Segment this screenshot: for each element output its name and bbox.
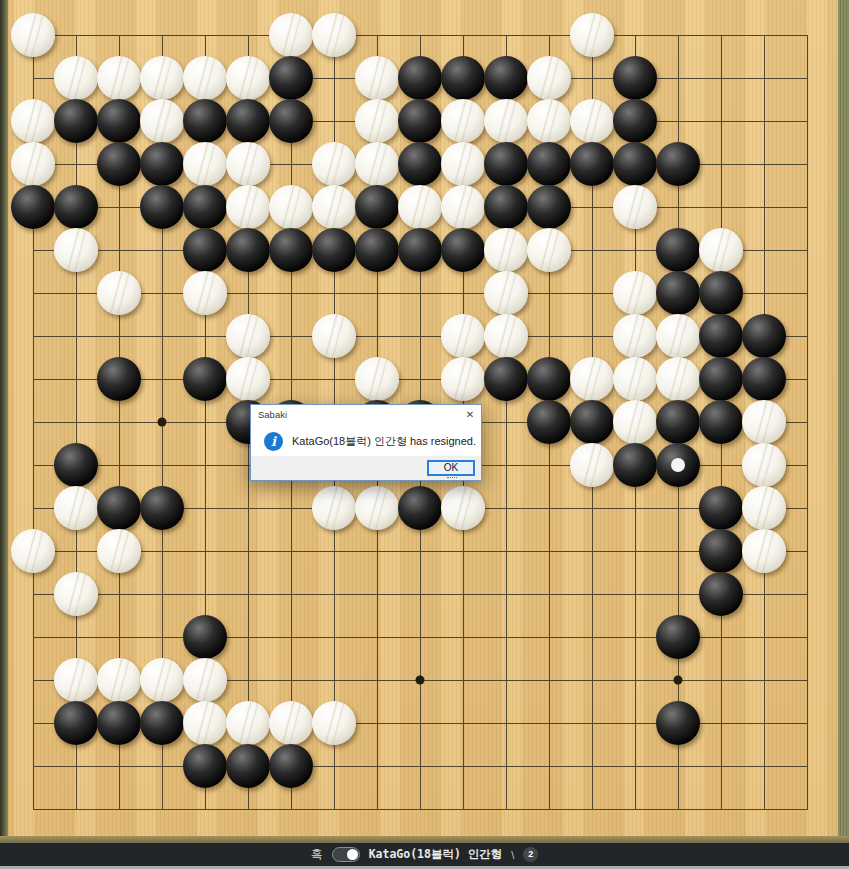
grid-line-horizontal xyxy=(33,766,808,767)
white-stone xyxy=(226,56,270,100)
white-stone xyxy=(54,572,98,616)
engine-name-label[interactable]: KataGo(18블럭) 인간형 xyxy=(369,847,503,862)
black-stone xyxy=(656,701,700,745)
black-stone xyxy=(140,142,184,186)
engine-count-badge[interactable]: 2 xyxy=(523,847,538,862)
white-stone xyxy=(140,658,184,702)
black-stone xyxy=(269,228,313,272)
black-stone xyxy=(699,400,743,444)
white-stone xyxy=(355,357,399,401)
white-stone xyxy=(656,314,700,358)
white-stone xyxy=(613,400,657,444)
black-stone xyxy=(527,185,571,229)
dialog-button-row: OK xyxy=(251,456,481,480)
black-stone xyxy=(570,142,614,186)
black-stone-last-move xyxy=(656,443,700,487)
black-stone xyxy=(54,185,98,229)
grid-line-horizontal xyxy=(33,594,808,595)
black-stone xyxy=(183,99,227,143)
white-stone xyxy=(570,13,614,57)
black-stone xyxy=(398,228,442,272)
dialog-message: KataGo(18블럭) 인간형 has resigned. xyxy=(292,434,476,449)
white-stone xyxy=(312,185,356,229)
white-stone xyxy=(54,228,98,272)
white-stone xyxy=(140,56,184,100)
black-stone xyxy=(742,314,786,358)
white-stone xyxy=(269,13,313,57)
white-stone xyxy=(183,701,227,745)
dialog-body: i KataGo(18블럭) 인간형 has resigned. xyxy=(251,424,481,459)
board-left-edge xyxy=(0,0,8,838)
white-stone xyxy=(183,271,227,315)
white-stone xyxy=(355,56,399,100)
white-stone xyxy=(355,486,399,530)
current-player-label: 흑 xyxy=(311,846,323,863)
white-stone xyxy=(312,142,356,186)
white-stone xyxy=(312,13,356,57)
black-stone xyxy=(699,357,743,401)
black-stone xyxy=(226,744,270,788)
white-stone xyxy=(742,400,786,444)
black-stone xyxy=(656,271,700,315)
black-stone xyxy=(484,185,528,229)
white-stone xyxy=(11,142,55,186)
white-stone xyxy=(312,486,356,530)
black-stone xyxy=(484,357,528,401)
black-stone xyxy=(527,357,571,401)
white-stone xyxy=(699,228,743,272)
black-stone xyxy=(656,400,700,444)
black-stone xyxy=(613,99,657,143)
black-stone xyxy=(699,271,743,315)
white-stone xyxy=(613,357,657,401)
black-stone xyxy=(97,486,141,530)
black-stone xyxy=(398,486,442,530)
dialog-title: Sabaki xyxy=(251,409,287,420)
white-stone xyxy=(226,185,270,229)
white-stone xyxy=(54,658,98,702)
white-stone xyxy=(355,99,399,143)
black-stone xyxy=(312,228,356,272)
white-stone xyxy=(11,529,55,573)
white-stone xyxy=(742,443,786,487)
dialog-titlebar[interactable]: Sabaki ✕ xyxy=(251,405,481,424)
white-stone xyxy=(570,443,614,487)
white-stone xyxy=(97,658,141,702)
white-stone xyxy=(527,228,571,272)
black-stone xyxy=(97,357,141,401)
black-stone xyxy=(140,486,184,530)
black-stone xyxy=(183,744,227,788)
white-stone xyxy=(441,314,485,358)
black-stone xyxy=(183,615,227,659)
black-stone xyxy=(441,56,485,100)
black-stone xyxy=(484,56,528,100)
engine-toggle[interactable] xyxy=(332,847,360,862)
black-stone xyxy=(656,228,700,272)
white-stone xyxy=(183,56,227,100)
black-stone xyxy=(441,228,485,272)
white-stone xyxy=(226,314,270,358)
white-stone xyxy=(742,486,786,530)
black-stone xyxy=(54,99,98,143)
white-stone xyxy=(441,142,485,186)
white-stone xyxy=(527,99,571,143)
grid-line-horizontal xyxy=(33,809,808,810)
black-stone xyxy=(269,744,313,788)
black-stone xyxy=(613,142,657,186)
white-stone xyxy=(441,357,485,401)
board-right-edge xyxy=(838,0,849,838)
white-stone xyxy=(269,701,313,745)
white-stone xyxy=(312,701,356,745)
white-stone xyxy=(312,314,356,358)
white-stone xyxy=(97,529,141,573)
white-stone xyxy=(398,185,442,229)
black-stone xyxy=(527,142,571,186)
black-stone xyxy=(183,357,227,401)
white-stone xyxy=(54,486,98,530)
black-stone xyxy=(54,701,98,745)
black-stone xyxy=(699,486,743,530)
black-stone xyxy=(140,185,184,229)
white-stone xyxy=(484,228,528,272)
toggle-knob-icon xyxy=(347,849,358,860)
white-stone xyxy=(742,529,786,573)
black-stone xyxy=(699,529,743,573)
white-stone xyxy=(97,56,141,100)
black-stone xyxy=(570,400,614,444)
black-stone xyxy=(398,99,442,143)
white-stone xyxy=(226,142,270,186)
white-stone xyxy=(269,185,313,229)
white-stone xyxy=(355,142,399,186)
black-stone xyxy=(54,443,98,487)
black-stone xyxy=(269,56,313,100)
white-stone xyxy=(613,271,657,315)
white-stone xyxy=(97,271,141,315)
black-stone xyxy=(97,142,141,186)
hoshi-point xyxy=(158,418,167,427)
white-stone xyxy=(11,99,55,143)
black-stone xyxy=(742,357,786,401)
black-stone xyxy=(11,185,55,229)
white-stone xyxy=(54,56,98,100)
black-stone xyxy=(355,228,399,272)
hoshi-point xyxy=(416,676,425,685)
board-bottom-edge xyxy=(0,836,849,843)
white-stone xyxy=(484,99,528,143)
white-stone xyxy=(183,658,227,702)
black-stone xyxy=(656,615,700,659)
ok-button[interactable]: OK xyxy=(427,460,475,476)
separator-glyph: \ xyxy=(511,849,514,861)
close-icon[interactable]: ✕ xyxy=(459,405,481,424)
white-stone xyxy=(140,99,184,143)
black-stone xyxy=(398,142,442,186)
resign-dialog: Sabaki ✕ i KataGo(18블럭) 인간형 has resigned… xyxy=(250,404,482,481)
black-stone xyxy=(699,314,743,358)
white-stone xyxy=(441,486,485,530)
white-stone xyxy=(484,314,528,358)
white-stone xyxy=(11,13,55,57)
white-stone xyxy=(613,185,657,229)
white-stone xyxy=(570,99,614,143)
white-stone xyxy=(527,56,571,100)
black-stone xyxy=(355,185,399,229)
black-stone xyxy=(613,443,657,487)
white-stone xyxy=(183,142,227,186)
white-stone xyxy=(441,99,485,143)
black-stone xyxy=(226,99,270,143)
white-stone xyxy=(226,357,270,401)
black-stone xyxy=(97,99,141,143)
black-stone xyxy=(140,701,184,745)
black-stone xyxy=(183,228,227,272)
white-stone xyxy=(613,314,657,358)
black-stone xyxy=(398,56,442,100)
info-icon: i xyxy=(264,432,283,451)
black-stone xyxy=(269,99,313,143)
black-stone xyxy=(613,56,657,100)
hoshi-point xyxy=(674,676,683,685)
black-stone xyxy=(656,142,700,186)
black-stone xyxy=(183,185,227,229)
white-stone xyxy=(226,701,270,745)
black-stone xyxy=(226,228,270,272)
grid-line-vertical xyxy=(807,35,808,810)
last-move-marker-icon xyxy=(671,458,685,472)
status-bar: 흑 KataGo(18블럭) 인간형 \ 2 xyxy=(0,843,849,866)
black-stone xyxy=(97,701,141,745)
grid-line-horizontal xyxy=(33,551,808,552)
black-stone xyxy=(699,572,743,616)
white-stone xyxy=(441,185,485,229)
white-stone xyxy=(484,271,528,315)
ok-button-focus-mark xyxy=(447,477,457,478)
white-stone xyxy=(656,357,700,401)
black-stone xyxy=(527,400,571,444)
black-stone xyxy=(484,142,528,186)
white-stone xyxy=(570,357,614,401)
